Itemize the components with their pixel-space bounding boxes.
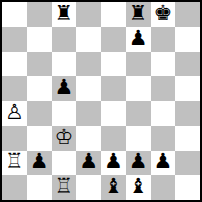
- black-king-icon: ♚: [153, 3, 172, 24]
- square-a6[interactable]: [2, 52, 27, 77]
- black-bishop-icon: ♝: [104, 176, 123, 197]
- square-h8[interactable]: [175, 2, 200, 27]
- square-d3[interactable]: [76, 126, 101, 151]
- square-e8[interactable]: [101, 2, 126, 27]
- square-b5[interactable]: [27, 76, 52, 101]
- square-g7[interactable]: [151, 27, 176, 52]
- square-e4[interactable]: [101, 101, 126, 126]
- square-d7[interactable]: [76, 27, 101, 52]
- square-d1[interactable]: [76, 175, 101, 200]
- white-rook-icon: ♖: [54, 176, 73, 197]
- square-h7[interactable]: [175, 27, 200, 52]
- black-pawn-icon: ♟: [104, 151, 123, 172]
- square-e6[interactable]: [101, 52, 126, 77]
- square-c6[interactable]: [52, 52, 77, 77]
- square-b3[interactable]: [27, 126, 52, 151]
- square-f7[interactable]: ♟: [126, 27, 151, 52]
- square-b2[interactable]: ♟: [27, 151, 52, 176]
- chess-diagram: ♜♜♚♟♟♙♔♖♟♟♟♟♟♖♝♝: [0, 0, 202, 202]
- black-pawn-icon: ♟: [54, 77, 73, 98]
- chess-board: ♜♜♚♟♟♙♔♖♟♟♟♟♟♖♝♝: [0, 0, 202, 202]
- square-h1[interactable]: [175, 175, 200, 200]
- square-b7[interactable]: [27, 27, 52, 52]
- square-a3[interactable]: [2, 126, 27, 151]
- square-d8[interactable]: [76, 2, 101, 27]
- square-g2[interactable]: ♟: [151, 151, 176, 176]
- square-a1[interactable]: [2, 175, 27, 200]
- square-b6[interactable]: [27, 52, 52, 77]
- square-f4[interactable]: [126, 101, 151, 126]
- square-c1[interactable]: ♖: [52, 175, 77, 200]
- black-rook-icon: ♜: [54, 3, 73, 24]
- black-pawn-icon: ♟: [129, 28, 148, 49]
- square-a4[interactable]: ♙: [2, 101, 27, 126]
- square-b1[interactable]: [27, 175, 52, 200]
- square-h4[interactable]: [175, 101, 200, 126]
- square-d5[interactable]: [76, 76, 101, 101]
- black-pawn-icon: ♟: [79, 151, 98, 172]
- white-king-icon: ♔: [54, 127, 73, 148]
- square-c7[interactable]: [52, 27, 77, 52]
- square-d6[interactable]: [76, 52, 101, 77]
- black-pawn-icon: ♟: [30, 151, 49, 172]
- square-d4[interactable]: [76, 101, 101, 126]
- square-c2[interactable]: [52, 151, 77, 176]
- square-c4[interactable]: [52, 101, 77, 126]
- square-f6[interactable]: [126, 52, 151, 77]
- square-g3[interactable]: [151, 126, 176, 151]
- square-h5[interactable]: [175, 76, 200, 101]
- square-g5[interactable]: [151, 76, 176, 101]
- square-c5[interactable]: ♟: [52, 76, 77, 101]
- white-pawn-icon: ♙: [5, 102, 24, 123]
- square-a7[interactable]: [2, 27, 27, 52]
- square-a2[interactable]: ♖: [2, 151, 27, 176]
- white-rook-icon: ♖: [5, 151, 24, 172]
- black-pawn-icon: ♟: [129, 151, 148, 172]
- square-e7[interactable]: [101, 27, 126, 52]
- square-c8[interactable]: ♜: [52, 2, 77, 27]
- black-bishop-icon: ♝: [129, 176, 148, 197]
- square-g1[interactable]: [151, 175, 176, 200]
- square-h6[interactable]: [175, 52, 200, 77]
- square-e2[interactable]: ♟: [101, 151, 126, 176]
- square-f3[interactable]: [126, 126, 151, 151]
- square-c3[interactable]: ♔: [52, 126, 77, 151]
- square-g4[interactable]: [151, 101, 176, 126]
- square-h3[interactable]: [175, 126, 200, 151]
- black-rook-icon: ♜: [129, 3, 148, 24]
- square-g8[interactable]: ♚: [151, 2, 176, 27]
- square-f1[interactable]: ♝: [126, 175, 151, 200]
- square-b8[interactable]: [27, 2, 52, 27]
- square-e1[interactable]: ♝: [101, 175, 126, 200]
- square-d2[interactable]: ♟: [76, 151, 101, 176]
- square-e3[interactable]: [101, 126, 126, 151]
- square-a5[interactable]: [2, 76, 27, 101]
- square-g6[interactable]: [151, 52, 176, 77]
- square-a8[interactable]: [2, 2, 27, 27]
- square-b4[interactable]: [27, 101, 52, 126]
- square-e5[interactable]: [101, 76, 126, 101]
- square-h2[interactable]: [175, 151, 200, 176]
- square-f2[interactable]: ♟: [126, 151, 151, 176]
- square-f8[interactable]: ♜: [126, 2, 151, 27]
- black-pawn-icon: ♟: [153, 151, 172, 172]
- square-f5[interactable]: [126, 76, 151, 101]
